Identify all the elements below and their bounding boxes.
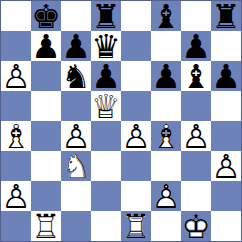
black-bishop-piece: ♝: [151, 1, 181, 31]
square-a4[interactable]: ♝♗: [1, 121, 31, 151]
white-bishop-piece: ♗: [151, 121, 181, 151]
white-pawn-piece: ♙: [151, 181, 181, 211]
square-h5[interactable]: [211, 91, 241, 121]
square-e2[interactable]: [121, 181, 151, 211]
square-e3[interactable]: [121, 151, 151, 181]
square-c1[interactable]: [61, 211, 91, 241]
square-g2[interactable]: [181, 181, 211, 211]
white-rook-piece: ♖: [31, 211, 61, 241]
square-b2[interactable]: [31, 181, 61, 211]
square-g8[interactable]: [181, 1, 211, 31]
black-knight-piece: ♞: [61, 61, 91, 91]
square-f6[interactable]: ♟: [151, 61, 181, 91]
square-h4[interactable]: [211, 121, 241, 151]
square-h8[interactable]: ♜: [211, 1, 241, 31]
white-pawn-piece: ♙: [181, 121, 211, 151]
square-e5[interactable]: [121, 91, 151, 121]
square-e4[interactable]: ♟♙: [121, 121, 151, 151]
white-rook-piece: ♖: [121, 211, 151, 241]
square-c6[interactable]: ♞: [61, 61, 91, 91]
white-queen-piece: ♕: [91, 91, 121, 121]
square-c8[interactable]: [61, 1, 91, 31]
white-pawn-piece: ♙: [61, 121, 91, 151]
white-pawn-piece: ♙: [121, 121, 151, 151]
square-b4[interactable]: [31, 121, 61, 151]
square-d8[interactable]: ♜: [91, 1, 121, 31]
square-a7[interactable]: [1, 31, 31, 61]
square-h3[interactable]: ♟♙: [211, 151, 241, 181]
square-a5[interactable]: [1, 91, 31, 121]
white-queen-piece-fill: ♛: [91, 91, 121, 121]
square-d1[interactable]: [91, 211, 121, 241]
square-e7[interactable]: [121, 31, 151, 61]
square-g5[interactable]: [181, 91, 211, 121]
square-e1[interactable]: ♜♖: [121, 211, 151, 241]
white-king-piece: ♔: [181, 211, 211, 241]
black-king-piece: ♚: [31, 1, 61, 31]
white-knight-piece: ♘: [61, 151, 91, 181]
square-b1[interactable]: ♜♖: [31, 211, 61, 241]
square-a6[interactable]: ♟♙: [1, 61, 31, 91]
square-a8[interactable]: [1, 1, 31, 31]
square-h6[interactable]: ♟: [211, 61, 241, 91]
square-a3[interactable]: [1, 151, 31, 181]
white-pawn-piece-fill: ♟: [1, 61, 31, 91]
white-pawn-piece-fill: ♟: [121, 121, 151, 151]
black-pawn-piece: ♟: [181, 31, 211, 61]
black-pawn-piece: ♟: [61, 31, 91, 61]
square-f3[interactable]: [151, 151, 181, 181]
square-d6[interactable]: ♟: [91, 61, 121, 91]
square-d5[interactable]: ♛♕: [91, 91, 121, 121]
square-g1[interactable]: ♚♔: [181, 211, 211, 241]
square-d3[interactable]: [91, 151, 121, 181]
chess-board: ♚♜♝♜♟♟♛♟♟♙♞♟♟♝♟♛♕♝♗♟♙♟♙♝♗♟♙♞♘♟♙♟♙♟♙♜♖♜♖♚…: [0, 0, 242, 242]
square-b6[interactable]: [31, 61, 61, 91]
square-d7[interactable]: ♛: [91, 31, 121, 61]
black-pawn-piece: ♟: [31, 31, 61, 61]
white-pawn-piece-fill: ♟: [1, 181, 31, 211]
black-pawn-piece: ♟: [211, 61, 241, 91]
square-f8[interactable]: ♝: [151, 1, 181, 31]
white-pawn-piece: ♙: [1, 61, 31, 91]
black-pawn-piece: ♟: [91, 61, 121, 91]
square-f7[interactable]: [151, 31, 181, 61]
square-b3[interactable]: [31, 151, 61, 181]
white-bishop-piece-fill: ♝: [1, 121, 31, 151]
square-c2[interactable]: [61, 181, 91, 211]
square-g3[interactable]: [181, 151, 211, 181]
square-e8[interactable]: [121, 1, 151, 31]
black-bishop-piece: ♝: [181, 61, 211, 91]
square-c5[interactable]: [61, 91, 91, 121]
square-a2[interactable]: ♟♙: [1, 181, 31, 211]
white-knight-piece-fill: ♞: [61, 151, 91, 181]
square-b7[interactable]: ♟: [31, 31, 61, 61]
white-pawn-piece-fill: ♟: [181, 121, 211, 151]
white-bishop-piece-fill: ♝: [151, 121, 181, 151]
square-f2[interactable]: ♟♙: [151, 181, 181, 211]
white-pawn-piece: ♙: [1, 181, 31, 211]
square-g6[interactable]: ♝: [181, 61, 211, 91]
square-b8[interactable]: ♚: [31, 1, 61, 31]
square-d4[interactable]: [91, 121, 121, 151]
square-d2[interactable]: [91, 181, 121, 211]
black-pawn-piece: ♟: [151, 61, 181, 91]
white-pawn-piece: ♙: [211, 151, 241, 181]
square-b5[interactable]: [31, 91, 61, 121]
square-g7[interactable]: ♟: [181, 31, 211, 61]
square-h7[interactable]: [211, 31, 241, 61]
white-pawn-piece-fill: ♟: [151, 181, 181, 211]
white-king-piece-fill: ♚: [181, 211, 211, 241]
square-e6[interactable]: [121, 61, 151, 91]
black-rook-piece: ♜: [91, 1, 121, 31]
square-h1[interactable]: [211, 211, 241, 241]
white-rook-piece-fill: ♜: [31, 211, 61, 241]
white-bishop-piece: ♗: [1, 121, 31, 151]
black-queen-piece: ♛: [91, 31, 121, 61]
white-pawn-piece-fill: ♟: [61, 121, 91, 151]
square-f4[interactable]: ♝♗: [151, 121, 181, 151]
square-c3[interactable]: ♞♘: [61, 151, 91, 181]
black-rook-piece: ♜: [211, 1, 241, 31]
white-pawn-piece-fill: ♟: [211, 151, 241, 181]
white-rook-piece-fill: ♜: [121, 211, 151, 241]
square-c7[interactable]: ♟: [61, 31, 91, 61]
square-h2[interactable]: [211, 181, 241, 211]
square-f1[interactable]: [151, 211, 181, 241]
square-c4[interactable]: ♟♙: [61, 121, 91, 151]
square-f5[interactable]: [151, 91, 181, 121]
square-a1[interactable]: [1, 211, 31, 241]
square-g4[interactable]: ♟♙: [181, 121, 211, 151]
